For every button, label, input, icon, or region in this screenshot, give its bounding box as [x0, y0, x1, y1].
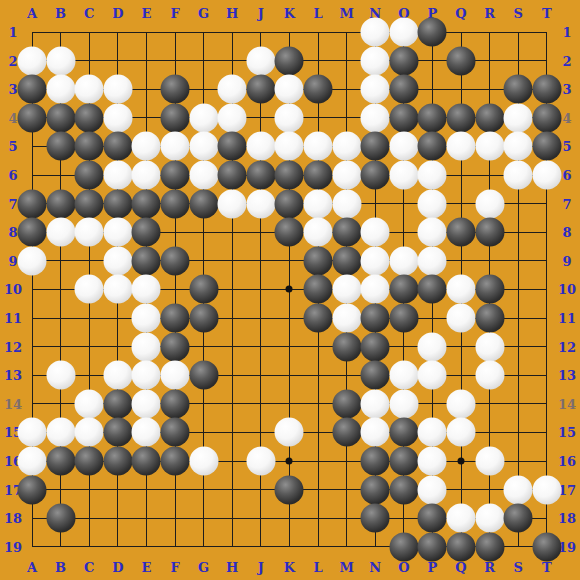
column-label-bottom: R [484, 561, 495, 574]
black-stone-J6 [246, 161, 275, 190]
white-stone-E12 [132, 332, 161, 361]
black-stone-E16 [132, 447, 161, 476]
white-stone-E13 [132, 361, 161, 390]
black-stone-C16 [75, 447, 104, 476]
white-stone-P7 [418, 189, 447, 218]
white-stone-N14 [361, 389, 390, 418]
black-stone-O19 [389, 532, 418, 561]
black-stone-O16 [389, 447, 418, 476]
column-label-bottom: E [141, 561, 151, 574]
white-stone-O14 [389, 389, 418, 418]
black-stone-P5 [418, 132, 447, 161]
black-stone-F12 [161, 332, 190, 361]
white-stone-R18 [475, 504, 504, 533]
white-stone-B8 [46, 218, 75, 247]
black-stone-R19 [475, 532, 504, 561]
column-label-top: B [55, 7, 66, 20]
row-label-right: 13 [558, 369, 576, 382]
white-stone-R16 [475, 447, 504, 476]
white-stone-P8 [418, 218, 447, 247]
black-stone-O4 [389, 103, 418, 132]
black-stone-E7 [132, 189, 161, 218]
column-label-bottom: N [369, 561, 381, 574]
white-stone-E11 [132, 304, 161, 333]
white-stone-H4 [218, 103, 247, 132]
black-stone-O17 [389, 475, 418, 504]
black-stone-H5 [218, 132, 247, 161]
row-label-left: 11 [4, 312, 22, 325]
white-stone-J16 [246, 447, 275, 476]
column-label-top: T [542, 7, 552, 20]
black-stone-T4 [532, 103, 561, 132]
black-stone-B5 [46, 132, 75, 161]
black-stone-H6 [218, 161, 247, 190]
white-stone-P12 [418, 332, 447, 361]
row-label-right: 5 [562, 140, 571, 153]
white-stone-T17 [532, 475, 561, 504]
white-stone-Q10 [447, 275, 476, 304]
black-stone-L11 [304, 304, 333, 333]
black-stone-C5 [75, 132, 104, 161]
column-label-bottom: Q [455, 561, 466, 574]
column-label-top: Q [455, 7, 466, 20]
white-stone-N4 [361, 103, 390, 132]
row-label-left: 2 [8, 54, 17, 67]
row-label-right: 1 [562, 26, 571, 39]
black-stone-R4 [475, 103, 504, 132]
white-stone-B2 [46, 46, 75, 75]
white-stone-M6 [332, 161, 361, 190]
white-stone-N8 [361, 218, 390, 247]
white-stone-O1 [389, 18, 418, 47]
column-label-top: R [484, 7, 495, 20]
white-stone-D3 [103, 75, 132, 104]
white-stone-R5 [475, 132, 504, 161]
white-stone-C8 [75, 218, 104, 247]
row-label-right: 7 [562, 197, 571, 210]
column-label-top: S [513, 7, 522, 20]
white-stone-E10 [132, 275, 161, 304]
column-label-bottom: H [226, 561, 238, 574]
black-stone-P10 [418, 275, 447, 304]
black-stone-G7 [189, 189, 218, 218]
white-stone-P6 [418, 161, 447, 190]
black-stone-N16 [361, 447, 390, 476]
white-stone-N1 [361, 18, 390, 47]
black-stone-N6 [361, 161, 390, 190]
white-stone-G6 [189, 161, 218, 190]
column-label-bottom: G [198, 561, 209, 574]
black-stone-N12 [361, 332, 390, 361]
black-stone-Q4 [447, 103, 476, 132]
black-stone-A7 [18, 189, 47, 218]
row-label-right: 15 [558, 426, 576, 439]
column-label-top: L [313, 7, 322, 20]
black-stone-O2 [389, 46, 418, 75]
black-stone-M14 [332, 389, 361, 418]
white-stone-Q5 [447, 132, 476, 161]
black-stone-R11 [475, 304, 504, 333]
column-label-bottom: S [513, 561, 522, 574]
white-stone-J5 [246, 132, 275, 161]
black-stone-F9 [161, 246, 190, 275]
black-stone-G10 [189, 275, 218, 304]
column-label-top: M [339, 7, 353, 20]
white-stone-B13 [46, 361, 75, 390]
row-label-left: 3 [8, 83, 17, 96]
white-stone-N15 [361, 418, 390, 447]
row-label-right: 18 [558, 512, 576, 525]
white-stone-K5 [275, 132, 304, 161]
row-label-left: 6 [8, 169, 17, 182]
row-label-right: 12 [558, 340, 576, 353]
row-label-left: 8 [8, 226, 17, 239]
white-stone-L7 [304, 189, 333, 218]
row-label-right: 10 [558, 283, 576, 296]
row-label-right: 4 [562, 111, 571, 124]
grid-line-horizontal [32, 346, 548, 347]
black-stone-B7 [46, 189, 75, 218]
white-stone-M7 [332, 189, 361, 218]
white-stone-R7 [475, 189, 504, 218]
white-stone-M10 [332, 275, 361, 304]
black-stone-F7 [161, 189, 190, 218]
white-stone-R13 [475, 361, 504, 390]
column-label-top: K [284, 7, 295, 20]
column-label-top: G [198, 7, 209, 20]
black-stone-L3 [304, 75, 333, 104]
black-stone-F16 [161, 447, 190, 476]
black-stone-M12 [332, 332, 361, 361]
column-label-bottom: A [27, 561, 37, 574]
black-stone-T19 [532, 532, 561, 561]
column-label-bottom: L [313, 561, 322, 574]
black-stone-D14 [103, 389, 132, 418]
black-stone-O10 [389, 275, 418, 304]
white-stone-A15 [18, 418, 47, 447]
white-stone-D10 [103, 275, 132, 304]
white-stone-O9 [389, 246, 418, 275]
white-stone-D6 [103, 161, 132, 190]
black-stone-C4 [75, 103, 104, 132]
white-stone-A2 [18, 46, 47, 75]
black-stone-D15 [103, 418, 132, 447]
row-label-right: 11 [558, 312, 576, 325]
black-stone-L10 [304, 275, 333, 304]
black-stone-L6 [304, 161, 333, 190]
white-stone-P16 [418, 447, 447, 476]
white-stone-M5 [332, 132, 361, 161]
white-stone-O6 [389, 161, 418, 190]
row-label-right: 16 [558, 455, 576, 468]
white-stone-G16 [189, 447, 218, 476]
column-label-bottom: J [258, 561, 264, 574]
black-stone-F3 [161, 75, 190, 104]
black-stone-M9 [332, 246, 361, 275]
white-stone-K3 [275, 75, 304, 104]
white-stone-E14 [132, 389, 161, 418]
column-label-bottom: M [339, 561, 353, 574]
column-label-bottom: P [428, 561, 438, 574]
row-label-left: 18 [4, 512, 22, 525]
black-stone-E9 [132, 246, 161, 275]
row-label-left: 10 [4, 283, 22, 296]
black-stone-A4 [18, 103, 47, 132]
column-label-top: C [84, 7, 94, 20]
black-stone-P4 [418, 103, 447, 132]
white-stone-D4 [103, 103, 132, 132]
row-label-right: 14 [558, 397, 576, 410]
white-stone-H3 [218, 75, 247, 104]
column-label-bottom: C [84, 561, 94, 574]
white-stone-Q15 [447, 418, 476, 447]
white-stone-L5 [304, 132, 333, 161]
row-label-left: 4 [8, 111, 17, 124]
column-label-top: J [258, 7, 264, 20]
white-stone-S4 [504, 103, 533, 132]
black-stone-N5 [361, 132, 390, 161]
white-stone-L8 [304, 218, 333, 247]
white-stone-S17 [504, 475, 533, 504]
black-stone-C6 [75, 161, 104, 190]
white-stone-P13 [418, 361, 447, 390]
black-stone-K17 [275, 475, 304, 504]
white-stone-C15 [75, 418, 104, 447]
row-label-left: 14 [4, 397, 22, 410]
black-stone-J3 [246, 75, 275, 104]
black-stone-K7 [275, 189, 304, 218]
black-stone-O11 [389, 304, 418, 333]
black-stone-O15 [389, 418, 418, 447]
black-stone-P18 [418, 504, 447, 533]
white-stone-F13 [161, 361, 190, 390]
white-stone-T6 [532, 161, 561, 190]
black-stone-P1 [418, 18, 447, 47]
white-stone-E6 [132, 161, 161, 190]
white-stone-D8 [103, 218, 132, 247]
row-label-left: 1 [8, 26, 17, 39]
column-label-top: A [27, 7, 37, 20]
row-label-left: 19 [4, 540, 22, 553]
black-stone-G13 [189, 361, 218, 390]
black-stone-K6 [275, 161, 304, 190]
black-stone-Q19 [447, 532, 476, 561]
black-stone-Q8 [447, 218, 476, 247]
row-label-left: 7 [8, 197, 17, 210]
column-label-bottom: O [398, 561, 409, 574]
white-stone-B15 [46, 418, 75, 447]
go-board[interactable]: AABBCCDDEEFFGGHHJJKKLLMMNNOOPPQQRRSSTT11… [0, 0, 580, 580]
white-stone-S6 [504, 161, 533, 190]
black-stone-D5 [103, 132, 132, 161]
row-label-right: 6 [562, 169, 571, 182]
white-stone-M11 [332, 304, 361, 333]
black-stone-S18 [504, 504, 533, 533]
white-stone-D13 [103, 361, 132, 390]
black-stone-F6 [161, 161, 190, 190]
black-stone-L9 [304, 246, 333, 275]
star-point [458, 458, 465, 465]
black-stone-B16 [46, 447, 75, 476]
black-stone-M15 [332, 418, 361, 447]
row-label-right: 2 [562, 54, 571, 67]
column-label-bottom: B [55, 561, 66, 574]
white-stone-O13 [389, 361, 418, 390]
white-stone-P17 [418, 475, 447, 504]
row-label-left: 5 [8, 140, 17, 153]
black-stone-N17 [361, 475, 390, 504]
row-label-right: 9 [562, 254, 571, 267]
star-point [286, 458, 293, 465]
white-stone-H7 [218, 189, 247, 218]
white-stone-B3 [46, 75, 75, 104]
column-label-bottom: D [112, 561, 123, 574]
black-stone-S3 [504, 75, 533, 104]
white-stone-E5 [132, 132, 161, 161]
black-stone-G11 [189, 304, 218, 333]
black-stone-F15 [161, 418, 190, 447]
row-label-left: 9 [8, 254, 17, 267]
white-stone-N10 [361, 275, 390, 304]
star-point [286, 286, 293, 293]
black-stone-M8 [332, 218, 361, 247]
column-label-bottom: T [542, 561, 552, 574]
black-stone-N11 [361, 304, 390, 333]
black-stone-C7 [75, 189, 104, 218]
row-label-right: 8 [562, 226, 571, 239]
black-stone-B4 [46, 103, 75, 132]
white-stone-N9 [361, 246, 390, 275]
black-stone-B18 [46, 504, 75, 533]
black-stone-Q2 [447, 46, 476, 75]
white-stone-P15 [418, 418, 447, 447]
black-stone-R10 [475, 275, 504, 304]
black-stone-T5 [532, 132, 561, 161]
column-label-bottom: K [284, 561, 295, 574]
white-stone-A9 [18, 246, 47, 275]
white-stone-C10 [75, 275, 104, 304]
black-stone-N13 [361, 361, 390, 390]
row-label-right: 3 [562, 83, 571, 96]
white-stone-O5 [389, 132, 418, 161]
white-stone-D9 [103, 246, 132, 275]
row-label-left: 13 [4, 369, 22, 382]
black-stone-P19 [418, 532, 447, 561]
white-stone-K4 [275, 103, 304, 132]
white-stone-G4 [189, 103, 218, 132]
black-stone-A3 [18, 75, 47, 104]
white-stone-C14 [75, 389, 104, 418]
black-stone-N18 [361, 504, 390, 533]
black-stone-O3 [389, 75, 418, 104]
black-stone-D16 [103, 447, 132, 476]
white-stone-Q14 [447, 389, 476, 418]
white-stone-J7 [246, 189, 275, 218]
white-stone-S5 [504, 132, 533, 161]
black-stone-E8 [132, 218, 161, 247]
black-stone-A17 [18, 475, 47, 504]
white-stone-A16 [18, 447, 47, 476]
black-stone-A8 [18, 218, 47, 247]
white-stone-K15 [275, 418, 304, 447]
white-stone-P9 [418, 246, 447, 275]
white-stone-C3 [75, 75, 104, 104]
black-stone-R8 [475, 218, 504, 247]
white-stone-J2 [246, 46, 275, 75]
black-stone-T3 [532, 75, 561, 104]
black-stone-F14 [161, 389, 190, 418]
white-stone-Q18 [447, 504, 476, 533]
column-label-top: E [141, 7, 151, 20]
row-label-left: 12 [4, 340, 22, 353]
black-stone-F4 [161, 103, 190, 132]
black-stone-F11 [161, 304, 190, 333]
white-stone-G5 [189, 132, 218, 161]
black-stone-K2 [275, 46, 304, 75]
column-label-bottom: F [170, 561, 179, 574]
white-stone-Q11 [447, 304, 476, 333]
column-label-top: H [226, 7, 238, 20]
white-stone-N3 [361, 75, 390, 104]
black-stone-K8 [275, 218, 304, 247]
white-stone-N2 [361, 46, 390, 75]
white-stone-E15 [132, 418, 161, 447]
column-label-top: D [112, 7, 123, 20]
white-stone-F5 [161, 132, 190, 161]
white-stone-R12 [475, 332, 504, 361]
black-stone-D7 [103, 189, 132, 218]
column-label-top: F [170, 7, 179, 20]
